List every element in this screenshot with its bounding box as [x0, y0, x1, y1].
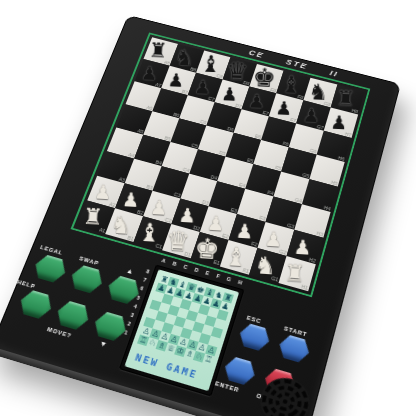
lcd-square — [189, 330, 201, 342]
lcd-piece-white-queen: ♕ — [165, 343, 177, 355]
chess-board: A8♜B8♞C8♝D8♛E8♚F8♝G8♞H8♜A7♟B7♟C7♟D7♟E7♟F… — [77, 37, 365, 291]
lcd-square — [189, 302, 201, 313]
lcd-file-label: F — [216, 273, 221, 279]
lcd-square — [146, 308, 158, 319]
lcd-square: ♝ — [176, 279, 188, 290]
lcd-square: ♟ — [183, 290, 195, 301]
lcd-square: ♙ — [140, 326, 152, 338]
lcd-file-label: C — [183, 264, 189, 271]
swap-button[interactable] — [67, 263, 106, 295]
lcd-square — [174, 316, 186, 327]
lcd-square: ♙ — [168, 334, 180, 346]
lcd-square: ♟ — [210, 298, 222, 309]
lcd-square: ♟ — [192, 293, 204, 304]
piece-white-bishop[interactable]: ♝ — [134, 219, 165, 248]
lcd-file-label: A — [161, 257, 167, 264]
lcd-rank-label: 2 — [125, 320, 133, 328]
lcd-square: ♘ — [146, 337, 158, 349]
lcd-square — [216, 309, 228, 320]
piece-black-pawn[interactable]: ♟ — [135, 60, 164, 86]
lcd-rank-label: 6 — [138, 285, 146, 292]
lcd-square: ♙ — [177, 336, 189, 348]
lcd-file-label: E — [205, 270, 210, 277]
lcd-piece-black-king: ♚ — [195, 285, 207, 296]
lcd-square: ♙ — [205, 345, 217, 357]
lcd-piece-black-pawn: ♟ — [192, 293, 204, 304]
chess-computer-body: CE STE II A8♜B8♞C8♝D8♛E8♚F8♝G8♞H8♜A7♟B7♟… — [0, 15, 401, 416]
lcd-square: ♝ — [204, 287, 216, 298]
lcd-file-label: H — [238, 279, 243, 286]
lcd-piece-white-pawn: ♙ — [205, 345, 217, 357]
lcd-square — [165, 314, 177, 325]
lcd-square: ♘ — [193, 351, 205, 363]
lcd-square — [155, 311, 167, 322]
lcd-rank-label: 3 — [128, 311, 136, 319]
lcd-square: ♛ — [186, 282, 198, 293]
square-g4[interactable]: G4 — [273, 172, 309, 205]
lcd-piece-white-pawn: ♙ — [196, 342, 208, 354]
lcd-piece-black-knight: ♞ — [213, 290, 225, 301]
lcd-square: ♞ — [167, 277, 179, 288]
speaker-grille — [251, 368, 319, 416]
lcd-piece-black-pawn: ♟ — [210, 298, 222, 309]
lcd-square: ♟ — [174, 288, 186, 299]
lcd-square: ♜ — [222, 292, 234, 303]
lcd-square: ♔ — [174, 345, 186, 357]
piece-white-rook[interactable]: ♜ — [279, 259, 311, 288]
lcd-piece-white-pawn: ♙ — [159, 331, 171, 343]
lcd-square — [183, 319, 195, 330]
lcd-piece-white-knight: ♘ — [193, 351, 205, 363]
lcd-piece-white-knight: ♘ — [146, 337, 158, 349]
lcd-status-text: NEW GAME — [125, 350, 213, 389]
lcd-square — [192, 322, 204, 333]
piece-white-rook[interactable]: ♜ — [77, 203, 108, 231]
lcd-piece-black-pawn: ♟ — [219, 301, 231, 312]
lcd-square: ♗ — [156, 340, 168, 352]
lcd-piece-black-pawn: ♟ — [155, 283, 167, 294]
lcd-piece-black-knight: ♞ — [167, 277, 179, 288]
lcd-bezel: ♜♞♝♛♚♝♞♜♟♟♟♟♟♟♟♟♙♙♙♙♙♙♙♙♖♘♗♕♔♗♘♖ NEW GAM… — [119, 265, 245, 397]
lcd-rank-label: 7 — [141, 276, 149, 283]
lcd-piece-white-rook: ♖ — [137, 334, 149, 346]
lcd-square: ♜ — [158, 274, 170, 285]
lcd-piece-white-bishop: ♗ — [156, 340, 168, 352]
lcd-piece-white-pawn: ♙ — [177, 336, 189, 348]
lcd-file-label: G — [226, 276, 232, 283]
esc-button[interactable] — [236, 322, 272, 353]
chess-computer-scene: CE STE II A8♜B8♞C8♝D8♛E8♚F8♝G8♞H8♜A7♟B7♟… — [0, 15, 401, 416]
piece-white-pawn[interactable]: ♟ — [88, 178, 119, 206]
lcd-piece-white-pawn: ♙ — [168, 334, 180, 346]
piece-white-pawn[interactable]: ♟ — [115, 186, 146, 214]
lcd-piece-white-king: ♔ — [174, 345, 186, 357]
lcd-piece-white-pawn: ♙ — [140, 326, 152, 338]
lcd-square: ♟ — [219, 301, 231, 312]
lcd-square: ♗ — [184, 348, 196, 360]
lcd-square — [186, 310, 198, 321]
lcd-piece-black-pawn: ♟ — [183, 290, 195, 301]
lcd-piece-black-rook: ♜ — [158, 274, 170, 285]
lcd-rank-label: 4 — [132, 302, 140, 310]
lcd-file-label: B — [172, 260, 178, 267]
piece-white-bishop[interactable]: ♝ — [220, 243, 252, 272]
lcd-square: ♙ — [159, 331, 171, 343]
esc-button-label: ESC — [246, 315, 262, 325]
enter-button[interactable] — [221, 355, 258, 387]
lcd-square — [199, 333, 211, 345]
lcd-square: ♟ — [201, 296, 213, 307]
move-button-label: MOVE? — [46, 326, 72, 339]
square-coordinate-label: C3 — [173, 191, 181, 198]
lcd-rank-label: 8 — [144, 268, 152, 275]
lcd-square: ♕ — [165, 343, 177, 355]
piece-white-king[interactable]: ♚ — [191, 235, 223, 264]
lcd-mini-board: ♜♞♝♛♚♝♞♜♟♟♟♟♟♟♟♟♙♙♙♙♙♙♙♙♖♘♗♕♔♗♘♖ — [137, 274, 234, 365]
lcd-square — [162, 322, 174, 333]
lcd-piece-black-queen: ♛ — [186, 282, 198, 293]
lcd-square — [171, 296, 183, 307]
lcd-piece-white-pawn: ♙ — [149, 328, 161, 340]
lcd-square — [168, 305, 180, 316]
lcd-square: ♖ — [137, 334, 149, 346]
piece-white-knight[interactable]: ♞ — [106, 211, 137, 239]
square-coordinate-label: F4 — [267, 189, 274, 196]
lcd-square — [177, 308, 189, 319]
lcd-piece-black-bishop: ♝ — [176, 279, 188, 290]
lcd-square: ♟ — [164, 285, 176, 296]
lcd-square — [180, 328, 192, 340]
lcd-square: ♖ — [202, 354, 214, 366]
lcd-rank-label: 5 — [135, 294, 143, 301]
lcd-square — [149, 300, 161, 311]
lcd-piece-black-bishop: ♝ — [204, 287, 216, 298]
lcd-file-label: D — [194, 267, 200, 274]
piece-white-queen[interactable]: ♛ — [162, 227, 194, 256]
lcd-square — [214, 318, 226, 329]
lcd-square — [198, 304, 210, 315]
lcd-square — [208, 336, 220, 348]
lcd-square — [152, 320, 164, 331]
lcd-piece-white-rook: ♖ — [202, 354, 214, 366]
lcd-square — [207, 307, 219, 318]
swap-button-label: SWAP — [79, 255, 100, 266]
lcd-square: ♟ — [155, 283, 167, 294]
help-button[interactable] — [16, 288, 56, 321]
legal-button[interactable] — [31, 253, 70, 285]
piece-white-pawn[interactable]: ♟ — [258, 225, 290, 254]
lcd-square: ♙ — [196, 342, 208, 354]
lcd-square — [202, 324, 214, 336]
lcd-square: ♞ — [213, 290, 225, 301]
lcd-square — [161, 294, 173, 305]
lcd-square: ♙ — [186, 339, 198, 351]
move-button[interactable] — [53, 299, 92, 332]
lcd-square — [204, 315, 216, 326]
brand-fragment: II — [329, 69, 340, 79]
down-arrow-label: ▼ — [99, 339, 109, 348]
lcd-square: ♚ — [195, 285, 207, 296]
lcd-square — [195, 313, 207, 324]
up-arrow-label: ▲ — [125, 267, 135, 276]
lcd-square: ♙ — [149, 328, 161, 340]
lcd-piece-black-rook: ♜ — [222, 292, 234, 303]
square-coordinate-label: E5 — [246, 157, 254, 164]
lcd-square — [158, 302, 170, 313]
lcd-square — [152, 291, 164, 302]
start-button-label: START — [283, 325, 308, 337]
lcd-piece-black-pawn: ♟ — [164, 285, 176, 296]
lcd-piece-white-bishop: ♗ — [184, 348, 196, 360]
help-button-label: HELP — [16, 279, 36, 290]
lcd-piece-black-pawn: ♟ — [201, 296, 213, 307]
lcd-square — [211, 327, 223, 339]
lcd-piece-white-pawn: ♙ — [186, 339, 198, 351]
lcd-rank-label: 1 — [122, 329, 130, 337]
lcd-square — [171, 325, 183, 337]
start-button[interactable] — [276, 333, 312, 364]
lcd-square — [180, 299, 192, 310]
piece-white-knight[interactable]: ♞ — [249, 251, 281, 280]
lcd-piece-black-pawn: ♟ — [174, 288, 186, 299]
lcd-square — [143, 317, 155, 328]
legal-button-label: LEGAL — [39, 244, 63, 256]
